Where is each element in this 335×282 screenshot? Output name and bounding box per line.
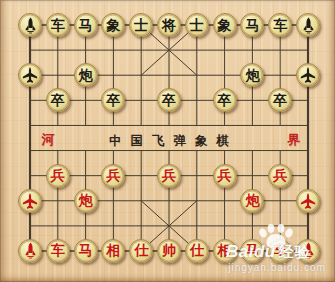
piece-red-cannon[interactable]: 炮: [240, 189, 264, 213]
missile-icon: [300, 17, 317, 34]
piece-red-missile[interactable]: [18, 239, 42, 263]
piece-red-chariot[interactable]: 车: [268, 239, 292, 263]
piece-glyph: 车: [51, 243, 65, 257]
piece-red-cannon[interactable]: 炮: [74, 189, 98, 213]
piece-red-soldier[interactable]: 兵: [213, 164, 237, 188]
piece-glyph: 车: [273, 243, 287, 257]
piece-red-airplane[interactable]: [18, 189, 42, 213]
piece-glyph: 仕: [190, 243, 204, 257]
piece-black-advisor[interactable]: 士: [129, 13, 153, 37]
missile-icon: [22, 242, 39, 259]
piece-glyph: 卒: [106, 93, 120, 107]
piece-black-chariot[interactable]: 车: [268, 13, 292, 37]
piece-glyph: 炮: [79, 68, 93, 82]
piece-black-airplane[interactable]: [296, 63, 320, 87]
piece-red-soldier[interactable]: 兵: [46, 164, 70, 188]
piece-black-horse[interactable]: 马: [74, 13, 98, 37]
missile-icon: [300, 242, 317, 259]
piece-glyph: 卒: [218, 93, 232, 107]
piece-glyph: 马: [245, 243, 259, 257]
piece-black-cannon[interactable]: 炮: [74, 63, 98, 87]
piece-black-general[interactable]: 将: [157, 13, 181, 37]
piece-red-horse[interactable]: 马: [74, 239, 98, 263]
piece-glyph: 兵: [162, 168, 176, 182]
piece-glyph: 马: [79, 18, 93, 32]
piece-glyph: 炮: [245, 68, 259, 82]
piece-glyph: 马: [245, 18, 259, 32]
river-title: 中国飞弹象棋: [30, 134, 308, 148]
piece-glyph: 帅: [162, 243, 176, 257]
piece-black-missile[interactable]: [296, 13, 320, 37]
river-label-right: 界: [281, 132, 307, 148]
missile-icon: [22, 17, 39, 34]
piece-glyph: 炮: [245, 193, 259, 207]
jet-icon: [21, 192, 39, 210]
piece-glyph: 兵: [106, 168, 120, 182]
piece-red-chariot[interactable]: 车: [46, 239, 70, 263]
piece-glyph: 相: [106, 243, 120, 257]
piece-glyph: 卒: [51, 93, 65, 107]
piece-black-airplane[interactable]: [18, 63, 42, 87]
piece-black-advisor[interactable]: 士: [185, 13, 209, 37]
jet-icon: [299, 192, 317, 210]
jet-icon: [299, 66, 317, 84]
piece-glyph: 兵: [218, 168, 232, 182]
piece-glyph: 卒: [273, 93, 287, 107]
piece-glyph: 相: [218, 243, 232, 257]
piece-glyph: 车: [273, 18, 287, 32]
piece-red-advisor[interactable]: 仕: [129, 239, 153, 263]
piece-black-missile[interactable]: [18, 13, 42, 37]
piece-glyph: 象: [106, 18, 120, 32]
piece-glyph: 马: [79, 243, 93, 257]
piece-red-soldier[interactable]: 兵: [157, 164, 181, 188]
piece-black-soldier[interactable]: 卒: [213, 88, 237, 112]
piece-red-missile[interactable]: [296, 239, 320, 263]
piece-glyph: 将: [162, 18, 176, 32]
piece-glyph: 仕: [134, 243, 148, 257]
piece-glyph: 卒: [162, 93, 176, 107]
piece-glyph: 车: [51, 18, 65, 32]
piece-glyph: 兵: [51, 168, 65, 182]
piece-red-general[interactable]: 帅: [157, 239, 181, 263]
piece-red-airplane[interactable]: [296, 189, 320, 213]
piece-red-soldier[interactable]: 兵: [268, 164, 292, 188]
piece-glyph: 象: [218, 18, 232, 32]
xiangqi-board: 河 中国飞弹象棋 界 车马象士将士象马车炮炮卒卒卒卒卒兵兵兵兵兵炮炮车马相仕帅仕…: [0, 0, 335, 282]
piece-glyph: 士: [190, 18, 204, 32]
piece-black-elephant[interactable]: 象: [213, 13, 237, 37]
piece-red-advisor[interactable]: 仕: [185, 239, 209, 263]
piece-glyph: 士: [134, 18, 148, 32]
piece-red-elephant[interactable]: 相: [213, 239, 237, 263]
jet-icon: [21, 66, 39, 84]
piece-red-soldier[interactable]: 兵: [101, 164, 125, 188]
piece-glyph: 炮: [79, 193, 93, 207]
piece-black-chariot[interactable]: 车: [46, 13, 70, 37]
piece-black-soldier[interactable]: 卒: [46, 88, 70, 112]
piece-glyph: 兵: [273, 168, 287, 182]
